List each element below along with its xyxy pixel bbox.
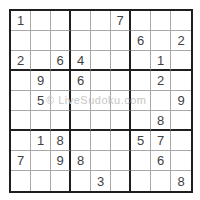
cell-r8c1[interactable]: 7 <box>11 151 31 171</box>
cell-r5c3[interactable] <box>51 91 71 111</box>
cell-r2c3[interactable] <box>51 31 71 51</box>
cell-r2c4[interactable] <box>71 31 91 51</box>
cell-r1c1[interactable]: 1 <box>11 11 31 31</box>
cell-r2c2[interactable] <box>31 31 51 51</box>
cell-r1c2[interactable] <box>31 11 51 31</box>
cell-r7c8[interactable]: 7 <box>151 131 171 151</box>
cell-r9c3[interactable] <box>51 171 71 191</box>
cell-r3c1[interactable]: 2 <box>11 51 31 71</box>
cell-r2c7[interactable]: 6 <box>131 31 151 51</box>
cell-r1c5[interactable] <box>91 11 111 31</box>
cell-r7c2[interactable]: 1 <box>31 131 51 151</box>
cell-r4c4[interactable]: 6 <box>71 71 91 91</box>
cell-r7c1[interactable] <box>11 131 31 151</box>
cell-r4c1[interactable] <box>11 71 31 91</box>
cell-r8c7[interactable] <box>131 151 151 171</box>
cell-r6c1[interactable] <box>11 111 31 131</box>
cell-r7c9[interactable] <box>171 131 191 151</box>
cell-r3c2[interactable] <box>31 51 51 71</box>
cell-r6c3[interactable] <box>51 111 71 131</box>
cell-r1c6[interactable]: 7 <box>111 11 131 31</box>
cell-r8c2[interactable] <box>31 151 51 171</box>
cell-r6c6[interactable] <box>111 111 131 131</box>
cell-r1c3[interactable] <box>51 11 71 31</box>
cell-r5c5[interactable] <box>91 91 111 111</box>
cell-r4c8[interactable]: 2 <box>151 71 171 91</box>
cell-r5c9[interactable]: 9 <box>171 91 191 111</box>
cell-r6c8[interactable]: 8 <box>151 111 171 131</box>
cell-r5c2[interactable]: 5 <box>31 91 51 111</box>
cell-r4c3[interactable] <box>51 71 71 91</box>
cell-r9c1[interactable] <box>11 171 31 191</box>
cell-r3c7[interactable] <box>131 51 151 71</box>
cell-r8c9[interactable] <box>171 151 191 171</box>
cell-r9c4[interactable] <box>71 171 91 191</box>
cell-r8c4[interactable]: 8 <box>71 151 91 171</box>
sudoku-board: 176226419625981857798638 <box>9 9 193 193</box>
cell-r8c8[interactable]: 6 <box>151 151 171 171</box>
cell-r9c5[interactable]: 3 <box>91 171 111 191</box>
cell-r9c6[interactable] <box>111 171 131 191</box>
cell-r9c9[interactable]: 8 <box>171 171 191 191</box>
cell-r7c7[interactable]: 5 <box>131 131 151 151</box>
cell-r3c6[interactable] <box>111 51 131 71</box>
cell-r5c7[interactable] <box>131 91 151 111</box>
cell-r6c4[interactable] <box>71 111 91 131</box>
cell-r2c5[interactable] <box>91 31 111 51</box>
cell-r3c9[interactable] <box>171 51 191 71</box>
cell-r3c8[interactable]: 1 <box>151 51 171 71</box>
cell-r2c8[interactable] <box>151 31 171 51</box>
cell-r4c2[interactable]: 9 <box>31 71 51 91</box>
cell-r5c6[interactable] <box>111 91 131 111</box>
cell-r5c1[interactable] <box>11 91 31 111</box>
cell-r7c5[interactable] <box>91 131 111 151</box>
cell-r3c5[interactable] <box>91 51 111 71</box>
cell-r4c6[interactable] <box>111 71 131 91</box>
cell-r9c8[interactable] <box>151 171 171 191</box>
cell-r1c7[interactable] <box>131 11 151 31</box>
sudoku-screen: 176226419625981857798638 © LiveSudoku.co… <box>0 0 200 200</box>
cell-r3c3[interactable]: 6 <box>51 51 71 71</box>
cell-r1c9[interactable] <box>171 11 191 31</box>
cell-r6c5[interactable] <box>91 111 111 131</box>
cell-r7c6[interactable] <box>111 131 131 151</box>
cell-r3c4[interactable]: 4 <box>71 51 91 71</box>
cell-r2c9[interactable]: 2 <box>171 31 191 51</box>
cell-r4c5[interactable] <box>91 71 111 91</box>
cell-r8c3[interactable]: 9 <box>51 151 71 171</box>
cell-r5c4[interactable] <box>71 91 91 111</box>
cell-r6c7[interactable] <box>131 111 151 131</box>
cell-r2c6[interactable] <box>111 31 131 51</box>
cell-r1c4[interactable] <box>71 11 91 31</box>
cell-r5c8[interactable] <box>151 91 171 111</box>
cell-r4c9[interactable] <box>171 71 191 91</box>
cell-r9c7[interactable] <box>131 171 151 191</box>
cell-r6c2[interactable] <box>31 111 51 131</box>
cell-r6c9[interactable] <box>171 111 191 131</box>
cell-r7c3[interactable]: 8 <box>51 131 71 151</box>
cell-r8c5[interactable] <box>91 151 111 171</box>
cell-r4c7[interactable] <box>131 71 151 91</box>
cell-r9c2[interactable] <box>31 171 51 191</box>
cell-r7c4[interactable] <box>71 131 91 151</box>
cell-r8c6[interactable] <box>111 151 131 171</box>
cell-r1c8[interactable] <box>151 11 171 31</box>
cell-r2c1[interactable] <box>11 31 31 51</box>
